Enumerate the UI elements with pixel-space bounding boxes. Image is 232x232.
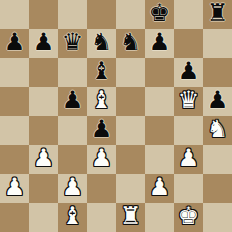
piece-black-king[interactable]: ♚ (149, 0, 171, 28)
piece-white-pawn[interactable]: ♟ (149, 174, 171, 202)
square-d8[interactable] (87, 0, 116, 29)
square-c3[interactable] (58, 145, 87, 174)
square-h4[interactable]: ♞ (203, 116, 232, 145)
square-a1[interactable] (0, 203, 29, 232)
piece-black-knight[interactable]: ♞ (120, 29, 142, 57)
square-c6[interactable] (58, 58, 87, 87)
square-h8[interactable]: ♜ (203, 0, 232, 29)
square-a4[interactable] (0, 116, 29, 145)
square-f2[interactable]: ♟ (145, 174, 174, 203)
piece-white-pawn[interactable]: ♟ (62, 174, 84, 202)
piece-black-knight[interactable]: ♞ (91, 29, 113, 57)
square-a8[interactable] (0, 0, 29, 29)
square-d5[interactable]: ♝ (87, 87, 116, 116)
square-g8[interactable] (174, 0, 203, 29)
square-h5[interactable]: ♟ (203, 87, 232, 116)
piece-black-bishop[interactable]: ♝ (91, 58, 113, 86)
square-c7[interactable]: ♛ (58, 29, 87, 58)
piece-black-pawn[interactable]: ♟ (33, 29, 55, 57)
square-h7[interactable] (203, 29, 232, 58)
square-f1[interactable] (145, 203, 174, 232)
square-d7[interactable]: ♞ (87, 29, 116, 58)
square-f3[interactable] (145, 145, 174, 174)
square-d2[interactable] (87, 174, 116, 203)
square-e2[interactable] (116, 174, 145, 203)
square-a6[interactable] (0, 58, 29, 87)
square-d1[interactable] (87, 203, 116, 232)
square-c5[interactable]: ♟ (58, 87, 87, 116)
square-c8[interactable] (58, 0, 87, 29)
square-d6[interactable]: ♝ (87, 58, 116, 87)
square-f6[interactable] (145, 58, 174, 87)
square-b4[interactable] (29, 116, 58, 145)
square-b8[interactable] (29, 0, 58, 29)
piece-black-pawn[interactable]: ♟ (62, 87, 84, 115)
square-g3[interactable]: ♟ (174, 145, 203, 174)
square-h2[interactable] (203, 174, 232, 203)
square-f4[interactable] (145, 116, 174, 145)
square-c4[interactable] (58, 116, 87, 145)
square-f7[interactable]: ♟ (145, 29, 174, 58)
piece-white-pawn[interactable]: ♟ (178, 145, 200, 173)
square-h6[interactable] (203, 58, 232, 87)
piece-black-pawn[interactable]: ♟ (91, 116, 113, 144)
square-b3[interactable]: ♟ (29, 145, 58, 174)
square-b6[interactable] (29, 58, 58, 87)
square-e5[interactable] (116, 87, 145, 116)
square-g6[interactable]: ♟ (174, 58, 203, 87)
square-d3[interactable]: ♟ (87, 145, 116, 174)
piece-white-bishop[interactable]: ♝ (91, 87, 113, 115)
square-a7[interactable]: ♟ (0, 29, 29, 58)
piece-black-pawn[interactable]: ♟ (4, 29, 26, 57)
piece-white-pawn[interactable]: ♟ (91, 145, 113, 173)
square-g5[interactable]: ♛ (174, 87, 203, 116)
square-g1[interactable]: ♚ (174, 203, 203, 232)
piece-black-pawn[interactable]: ♟ (149, 29, 171, 57)
square-g7[interactable] (174, 29, 203, 58)
square-g2[interactable] (174, 174, 203, 203)
square-e4[interactable] (116, 116, 145, 145)
square-e8[interactable] (116, 0, 145, 29)
square-e7[interactable]: ♞ (116, 29, 145, 58)
square-e1[interactable]: ♜ (116, 203, 145, 232)
square-b2[interactable] (29, 174, 58, 203)
square-b5[interactable] (29, 87, 58, 116)
piece-white-pawn[interactable]: ♟ (4, 174, 26, 202)
square-c2[interactable]: ♟ (58, 174, 87, 203)
square-b7[interactable]: ♟ (29, 29, 58, 58)
piece-white-pawn[interactable]: ♟ (33, 145, 55, 173)
piece-black-queen[interactable]: ♛ (62, 29, 84, 57)
square-f5[interactable] (145, 87, 174, 116)
square-g4[interactable] (174, 116, 203, 145)
square-e3[interactable] (116, 145, 145, 174)
square-d4[interactable]: ♟ (87, 116, 116, 145)
piece-black-rook[interactable]: ♜ (207, 0, 229, 28)
piece-white-king[interactable]: ♚ (178, 203, 200, 231)
square-a2[interactable]: ♟ (0, 174, 29, 203)
square-a3[interactable] (0, 145, 29, 174)
square-h3[interactable] (203, 145, 232, 174)
square-h1[interactable] (203, 203, 232, 232)
square-b1[interactable] (29, 203, 58, 232)
piece-white-knight[interactable]: ♞ (207, 116, 229, 144)
square-c1[interactable]: ♝ (58, 203, 87, 232)
square-f8[interactable]: ♚ (145, 0, 174, 29)
piece-white-bishop[interactable]: ♝ (62, 203, 84, 231)
piece-black-pawn[interactable]: ♟ (207, 87, 229, 115)
square-a5[interactable] (0, 87, 29, 116)
piece-white-rook[interactable]: ♜ (120, 203, 142, 231)
chess-board: ♚♜♟♟♛♞♞♟♝♟♟♝♛♟♟♞♟♟♟♟♟♟♝♜♚ (0, 0, 232, 232)
square-e6[interactable] (116, 58, 145, 87)
piece-black-pawn[interactable]: ♟ (178, 58, 200, 86)
piece-white-queen[interactable]: ♛ (178, 87, 200, 115)
